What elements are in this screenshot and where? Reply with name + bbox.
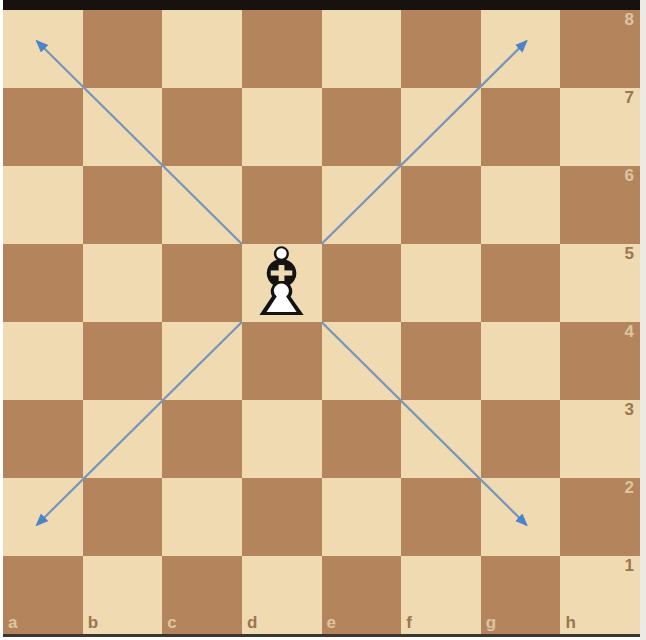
square-g3[interactable] bbox=[481, 400, 561, 478]
square-b5[interactable] bbox=[83, 244, 163, 322]
square-c3[interactable] bbox=[162, 400, 242, 478]
rank-label-6: 6 bbox=[625, 167, 634, 186]
square-g6[interactable] bbox=[481, 166, 561, 244]
square-h2[interactable]: 2 bbox=[560, 478, 640, 556]
square-f1[interactable]: f bbox=[401, 556, 481, 634]
square-b6[interactable] bbox=[83, 166, 163, 244]
white-bishop-outline: ♗ bbox=[240, 236, 324, 330]
chess-diagram-page: 876♝♗5432abcdefg1h bbox=[0, 0, 646, 640]
file-label-h: h bbox=[565, 614, 575, 633]
square-f4[interactable] bbox=[401, 322, 481, 400]
square-d2[interactable] bbox=[242, 478, 322, 556]
square-a6[interactable] bbox=[3, 166, 83, 244]
rank-label-3: 3 bbox=[625, 401, 634, 420]
square-d8[interactable] bbox=[242, 10, 322, 88]
square-h3[interactable]: 3 bbox=[560, 400, 640, 478]
square-a5[interactable] bbox=[3, 244, 83, 322]
square-e4[interactable] bbox=[322, 322, 402, 400]
square-b8[interactable] bbox=[83, 10, 163, 88]
square-h1[interactable]: 1h bbox=[560, 556, 640, 634]
square-b3[interactable] bbox=[83, 400, 163, 478]
right-margin bbox=[640, 0, 646, 640]
rank-label-4: 4 bbox=[625, 323, 634, 342]
board-bottom-border bbox=[3, 634, 640, 637]
square-a3[interactable] bbox=[3, 400, 83, 478]
square-a2[interactable] bbox=[3, 478, 83, 556]
square-f3[interactable] bbox=[401, 400, 481, 478]
rank-label-5: 5 bbox=[625, 245, 634, 264]
square-g2[interactable] bbox=[481, 478, 561, 556]
square-b7[interactable] bbox=[83, 88, 163, 166]
file-label-a: a bbox=[8, 614, 17, 633]
square-d7[interactable] bbox=[242, 88, 322, 166]
square-c7[interactable] bbox=[162, 88, 242, 166]
square-a7[interactable] bbox=[3, 88, 83, 166]
square-a4[interactable] bbox=[3, 322, 83, 400]
square-a1[interactable]: a bbox=[3, 556, 83, 634]
square-e6[interactable] bbox=[322, 166, 402, 244]
square-g1[interactable]: g bbox=[481, 556, 561, 634]
file-label-b: b bbox=[88, 614, 98, 633]
square-f8[interactable] bbox=[401, 10, 481, 88]
rank-label-7: 7 bbox=[625, 89, 634, 108]
rank-label-2: 2 bbox=[625, 479, 634, 498]
square-f5[interactable] bbox=[401, 244, 481, 322]
white-bishop-glyph: ♝♗ bbox=[240, 236, 324, 330]
rank-label-8: 8 bbox=[625, 11, 634, 30]
square-e8[interactable] bbox=[322, 10, 402, 88]
square-h5[interactable]: 5 bbox=[560, 244, 640, 322]
square-d3[interactable] bbox=[242, 400, 322, 478]
square-g7[interactable] bbox=[481, 88, 561, 166]
file-label-d: d bbox=[247, 614, 257, 633]
square-b2[interactable] bbox=[83, 478, 163, 556]
file-label-f: f bbox=[406, 614, 412, 633]
square-f6[interactable] bbox=[401, 166, 481, 244]
square-c5[interactable] bbox=[162, 244, 242, 322]
square-c8[interactable] bbox=[162, 10, 242, 88]
square-h6[interactable]: 6 bbox=[560, 166, 640, 244]
file-label-e: e bbox=[327, 614, 336, 633]
square-e7[interactable] bbox=[322, 88, 402, 166]
rank-label-1: 1 bbox=[625, 557, 634, 576]
square-a8[interactable] bbox=[3, 10, 83, 88]
board-top-border bbox=[3, 0, 640, 10]
square-c1[interactable]: c bbox=[162, 556, 242, 634]
square-f2[interactable] bbox=[401, 478, 481, 556]
square-e1[interactable]: e bbox=[322, 556, 402, 634]
square-f7[interactable] bbox=[401, 88, 481, 166]
square-c2[interactable] bbox=[162, 478, 242, 556]
square-e3[interactable] bbox=[322, 400, 402, 478]
square-g8[interactable] bbox=[481, 10, 561, 88]
square-c6[interactable] bbox=[162, 166, 242, 244]
square-h7[interactable]: 7 bbox=[560, 88, 640, 166]
square-d5[interactable]: ♝♗ bbox=[242, 244, 322, 322]
square-e5[interactable] bbox=[322, 244, 402, 322]
square-g5[interactable] bbox=[481, 244, 561, 322]
file-label-c: c bbox=[167, 614, 176, 633]
board-grid: 876♝♗5432abcdefg1h bbox=[3, 10, 640, 634]
square-c4[interactable] bbox=[162, 322, 242, 400]
square-h4[interactable]: 4 bbox=[560, 322, 640, 400]
file-label-g: g bbox=[486, 614, 496, 633]
square-e2[interactable] bbox=[322, 478, 402, 556]
chess-board: 876♝♗5432abcdefg1h bbox=[3, 0, 640, 640]
square-b1[interactable]: b bbox=[83, 556, 163, 634]
square-b4[interactable] bbox=[83, 322, 163, 400]
square-h8[interactable]: 8 bbox=[560, 10, 640, 88]
square-g4[interactable] bbox=[481, 322, 561, 400]
piece-white-bishop[interactable]: ♝♗ bbox=[242, 244, 322, 322]
square-d1[interactable]: d bbox=[242, 556, 322, 634]
